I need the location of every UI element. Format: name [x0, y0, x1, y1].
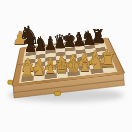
brass-clasp-front [54, 91, 60, 96]
square-h1 [102, 67, 115, 73]
square-d1 [56, 72, 68, 78]
square-b1 [33, 74, 45, 80]
square-c1 [45, 73, 57, 79]
square-a1 [21, 76, 33, 82]
square-e1 [67, 70, 79, 76]
product-photo-stage: ♟ ♞ ♜♞♝♛♚♝♞♜♟♟♟♟♟♟♟♟♟♟♟♟♟♟♟♟♜♞♝♛♚♝♞♜ [0, 0, 132, 132]
